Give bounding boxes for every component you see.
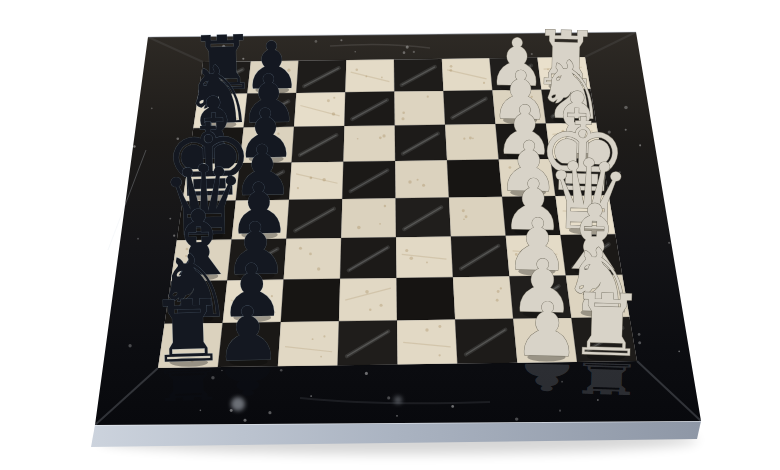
marble-fleck — [463, 138, 465, 140]
dust-speck — [387, 396, 390, 399]
marble-fleck — [463, 218, 465, 220]
marble-fleck — [357, 138, 359, 140]
marble-fleck — [379, 136, 382, 139]
marble-fleck — [462, 209, 465, 212]
marble-fleck — [365, 290, 369, 294]
square-f5 — [343, 126, 395, 162]
dust-speck — [133, 145, 136, 148]
marble-fleck — [483, 82, 485, 84]
dust-speck — [639, 144, 641, 146]
dust-speck — [268, 411, 271, 414]
marble-fleck — [310, 177, 313, 180]
marble-fleck — [450, 65, 453, 68]
marble-fleck — [366, 76, 368, 78]
marble-fleck — [379, 223, 381, 225]
dust-speck — [413, 51, 415, 53]
square-a4 — [397, 320, 457, 365]
marble-fleck — [320, 356, 322, 358]
marble-fleck — [427, 96, 429, 98]
marble-fleck — [327, 99, 330, 102]
marble-fleck — [438, 325, 441, 328]
dust-speck — [340, 39, 342, 41]
marble-fleck — [426, 261, 428, 263]
marble-fleck — [450, 69, 453, 72]
marble-fleck — [323, 335, 325, 337]
square-b6 — [281, 279, 340, 322]
marble-fleck — [401, 117, 404, 120]
black-pawn-a7: ♟ — [214, 290, 282, 377]
dust-speck — [365, 372, 368, 375]
square-e6 — [289, 162, 343, 200]
square-e4 — [395, 160, 449, 198]
marble-fleck — [408, 180, 411, 183]
marble-fleck — [332, 112, 335, 115]
square-b4 — [397, 277, 456, 320]
marble-fleck — [422, 184, 425, 187]
dust-speck — [244, 419, 247, 422]
marble-fleck — [380, 304, 383, 307]
marble-chessboard-photo: ♜♟♟♜♜♟♟♜♞♟♟♞♝♟♟♝♚♟♟♚♛♟♟♛♝♟♟♝♞♟♟♞♜♟♟♜ — [0, 0, 780, 470]
dust-speck — [310, 395, 312, 397]
marble-fleck — [312, 338, 314, 340]
marble-fleck — [425, 328, 428, 331]
marble-fleck — [309, 253, 312, 256]
marble-fleck — [405, 249, 408, 252]
square-g6 — [294, 92, 345, 127]
square-g4 — [394, 91, 445, 126]
marble-fleck — [297, 187, 299, 189]
marble-fleck — [410, 256, 414, 260]
dust-speck — [559, 410, 561, 412]
marble-fleck — [322, 178, 325, 181]
dust-speck — [128, 344, 131, 347]
square-a6 — [278, 321, 339, 366]
marble-fleck — [465, 215, 468, 218]
marble-fleck — [496, 299, 499, 302]
marble-fleck — [317, 267, 320, 270]
dust-speck — [137, 238, 139, 240]
marble-fleck — [384, 205, 386, 207]
marble-fleck — [382, 134, 385, 137]
dust-speck — [678, 351, 680, 353]
marble-fleck — [469, 137, 472, 140]
marble-fleck — [381, 77, 383, 79]
white-rook-a1: ♜ — [567, 275, 646, 376]
dust-speck — [354, 51, 356, 53]
marble-fleck — [472, 138, 474, 140]
marble-fleck — [497, 290, 500, 293]
dust-speck — [315, 40, 318, 43]
dust-speck — [396, 415, 398, 417]
dust-speck — [200, 410, 202, 412]
marble-fleck — [402, 111, 405, 114]
dust-speck — [403, 51, 406, 54]
dust-speck — [151, 107, 153, 109]
square-c6 — [284, 238, 342, 280]
dust-speck — [451, 405, 454, 408]
dust-speck — [230, 409, 233, 412]
square-h5 — [345, 60, 394, 93]
dust-speck — [668, 242, 670, 244]
marble-fleck — [356, 68, 359, 71]
marble-fleck — [299, 247, 302, 250]
marble-fleck — [500, 287, 502, 289]
photo-background: ♜♟♟♜♜♟♟♜♞♟♟♞♝♟♟♝♚♟♟♚♛♟♟♛♝♟♟♝♞♟♟♞♜♟♟♜ — [0, 0, 780, 470]
marble-fleck — [333, 97, 335, 99]
marble-fleck — [438, 354, 440, 356]
marble-fleck — [357, 226, 361, 230]
square-d5 — [341, 198, 396, 238]
marble-fleck — [417, 179, 419, 181]
dust-speck — [515, 417, 518, 420]
marble-fleck — [369, 309, 371, 311]
